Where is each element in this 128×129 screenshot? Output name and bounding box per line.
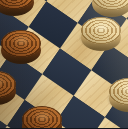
checker-piece-dark-wood[interactable] (0, 0, 34, 16)
piece-top-face (81, 17, 121, 44)
piece-top-face (22, 106, 62, 129)
piece-top-face (1, 30, 41, 57)
checker-piece-light-wood[interactable] (109, 78, 128, 112)
checkers-board-photo (0, 0, 128, 128)
checker-piece-light-wood[interactable] (81, 17, 121, 51)
checker-piece-light-wood[interactable] (92, 0, 128, 17)
checker-piece-dark-wood[interactable] (1, 30, 41, 64)
checker-piece-dark-wood[interactable] (0, 71, 16, 105)
checker-piece-dark-wood[interactable] (22, 106, 62, 129)
pieces-layer (0, 0, 128, 128)
